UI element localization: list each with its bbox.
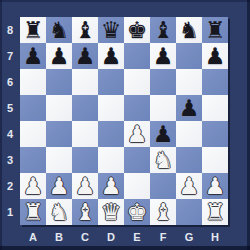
- rank-labels: 87654321: [0, 17, 20, 225]
- piece-black-knight: ♞: [49, 17, 70, 43]
- rank-label-6: 6: [0, 69, 20, 95]
- square-c5[interactable]: [72, 95, 98, 121]
- window-border-left: [0, 0, 2, 250]
- square-a4[interactable]: [20, 121, 46, 147]
- square-c8[interactable]: ♝: [72, 17, 98, 43]
- square-h4[interactable]: [202, 121, 228, 147]
- square-b4[interactable]: [46, 121, 72, 147]
- file-label-c: C: [72, 227, 98, 246]
- piece-black-pawn: ♟: [179, 95, 200, 121]
- piece-white-pawn: ♟: [179, 173, 200, 199]
- piece-black-pawn: ♟: [153, 121, 174, 147]
- square-a6[interactable]: [20, 69, 46, 95]
- square-h6[interactable]: [202, 69, 228, 95]
- rank-label-3: 3: [0, 147, 20, 173]
- square-d1[interactable]: ♛: [98, 199, 124, 225]
- rank-label-4: 4: [0, 121, 20, 147]
- rank-label-2: 2: [0, 173, 20, 199]
- square-c4[interactable]: [72, 121, 98, 147]
- square-a8[interactable]: ♜: [20, 17, 46, 43]
- square-f5[interactable]: [150, 95, 176, 121]
- piece-white-bishop: ♝: [153, 199, 174, 225]
- square-g6[interactable]: [176, 69, 202, 95]
- square-g7[interactable]: [176, 43, 202, 69]
- square-c7[interactable]: ♟: [72, 43, 98, 69]
- piece-white-king: ♚: [127, 199, 148, 225]
- square-h5[interactable]: [202, 95, 228, 121]
- square-d6[interactable]: [98, 69, 124, 95]
- piece-white-rook: ♜: [205, 199, 226, 225]
- piece-white-pawn: ♟: [205, 173, 226, 199]
- file-label-b: B: [46, 227, 72, 246]
- piece-black-pawn: ♟: [153, 43, 174, 69]
- rank-label-1: 1: [0, 199, 20, 225]
- file-label-a: A: [20, 227, 46, 246]
- square-e3[interactable]: [124, 147, 150, 173]
- square-d2[interactable]: ♟: [98, 173, 124, 199]
- file-labels: ABCDEFGH: [20, 227, 228, 246]
- square-d5[interactable]: [98, 95, 124, 121]
- square-f7[interactable]: ♟: [150, 43, 176, 69]
- square-e6[interactable]: [124, 69, 150, 95]
- piece-black-knight: ♞: [179, 17, 200, 43]
- rank-label-7: 7: [0, 43, 20, 69]
- square-g3[interactable]: [176, 147, 202, 173]
- square-d8[interactable]: ♛: [98, 17, 124, 43]
- file-label-f: F: [150, 227, 176, 246]
- square-a1[interactable]: ♜: [20, 199, 46, 225]
- square-h2[interactable]: ♟: [202, 173, 228, 199]
- file-label-e: E: [124, 227, 150, 246]
- square-c3[interactable]: [72, 147, 98, 173]
- square-a2[interactable]: ♟: [20, 173, 46, 199]
- square-f8[interactable]: ♝: [150, 17, 176, 43]
- square-e7[interactable]: [124, 43, 150, 69]
- square-g4[interactable]: [176, 121, 202, 147]
- square-f1[interactable]: ♝: [150, 199, 176, 225]
- square-h7[interactable]: ♟: [202, 43, 228, 69]
- file-label-g: G: [176, 227, 202, 246]
- window-border-top: [0, 0, 250, 2]
- square-h8[interactable]: ♜: [202, 17, 228, 43]
- square-f3[interactable]: ♞: [150, 147, 176, 173]
- square-c6[interactable]: [72, 69, 98, 95]
- piece-black-bishop: ♝: [75, 17, 96, 43]
- piece-black-rook: ♜: [205, 17, 226, 43]
- piece-white-pawn: ♟: [101, 173, 122, 199]
- chess-app-window: 87654321 ♜♞♝♛♚♝♞♜♟♟♟♟♟♟♟♟♟♞♟♟♟♟♟♟♜♞♝♛♚♝♜…: [0, 0, 250, 250]
- square-d3[interactable]: [98, 147, 124, 173]
- square-e4[interactable]: ♟: [124, 121, 150, 147]
- square-e2[interactable]: [124, 173, 150, 199]
- piece-black-rook: ♜: [23, 17, 44, 43]
- square-e1[interactable]: ♚: [124, 199, 150, 225]
- square-b3[interactable]: [46, 147, 72, 173]
- square-b5[interactable]: [46, 95, 72, 121]
- square-h3[interactable]: [202, 147, 228, 173]
- square-b6[interactable]: [46, 69, 72, 95]
- square-f6[interactable]: [150, 69, 176, 95]
- piece-white-knight: ♞: [49, 199, 70, 225]
- piece-white-pawn: ♟: [75, 173, 96, 199]
- piece-white-pawn: ♟: [23, 173, 44, 199]
- chess-board: ♜♞♝♛♚♝♞♜♟♟♟♟♟♟♟♟♟♞♟♟♟♟♟♟♜♞♝♛♚♝♜: [20, 17, 228, 225]
- piece-black-king: ♚: [127, 17, 148, 43]
- square-b1[interactable]: ♞: [46, 199, 72, 225]
- square-a3[interactable]: [20, 147, 46, 173]
- piece-white-pawn: ♟: [127, 121, 148, 147]
- rank-label-5: 5: [0, 95, 20, 121]
- square-d4[interactable]: [98, 121, 124, 147]
- file-label-h: H: [202, 227, 228, 246]
- square-g1[interactable]: [176, 199, 202, 225]
- piece-black-pawn: ♟: [23, 43, 44, 69]
- piece-white-pawn: ♟: [49, 173, 70, 199]
- square-g2[interactable]: ♟: [176, 173, 202, 199]
- square-g8[interactable]: ♞: [176, 17, 202, 43]
- piece-black-pawn: ♟: [101, 43, 122, 69]
- square-b7[interactable]: ♟: [46, 43, 72, 69]
- piece-white-bishop: ♝: [75, 199, 96, 225]
- piece-white-rook: ♜: [23, 199, 44, 225]
- square-h1[interactable]: ♜: [202, 199, 228, 225]
- square-g5[interactable]: ♟: [176, 95, 202, 121]
- piece-black-pawn: ♟: [75, 43, 96, 69]
- square-a5[interactable]: [20, 95, 46, 121]
- piece-black-bishop: ♝: [153, 17, 174, 43]
- square-c2[interactable]: ♟: [72, 173, 98, 199]
- file-label-d: D: [98, 227, 124, 246]
- window-border-bottom: [0, 246, 250, 250]
- rank-label-8: 8: [0, 17, 20, 43]
- square-b2[interactable]: ♟: [46, 173, 72, 199]
- piece-black-queen: ♛: [101, 17, 122, 43]
- square-c1[interactable]: ♝: [72, 199, 98, 225]
- square-e5[interactable]: [124, 95, 150, 121]
- piece-white-queen: ♛: [101, 199, 122, 225]
- piece-black-pawn: ♟: [205, 43, 226, 69]
- square-a7[interactable]: ♟: [20, 43, 46, 69]
- square-f4[interactable]: ♟: [150, 121, 176, 147]
- piece-black-pawn: ♟: [49, 43, 70, 69]
- piece-white-knight: ♞: [153, 147, 174, 173]
- square-f2[interactable]: [150, 173, 176, 199]
- square-e8[interactable]: ♚: [124, 17, 150, 43]
- window-border-right: [247, 0, 250, 250]
- square-d7[interactable]: ♟: [98, 43, 124, 69]
- square-b8[interactable]: ♞: [46, 17, 72, 43]
